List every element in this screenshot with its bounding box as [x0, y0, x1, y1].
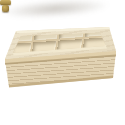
clasp-hasp — [2, 5, 9, 13]
product-photo — [0, 0, 125, 125]
ground-shadow — [0, 0, 110, 20]
brass-clasp — [0, 0, 11, 13]
